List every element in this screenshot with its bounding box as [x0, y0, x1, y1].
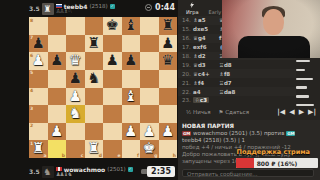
square-b3[interactable] [48, 105, 67, 123]
move-number: 17. [182, 44, 193, 50]
square-c7[interactable] [66, 35, 85, 53]
piece-black-pawn[interactable]: ♟ [48, 52, 67, 70]
square-a1[interactable]: 1a♜ [29, 140, 48, 158]
piece-white-bishop[interactable]: ♝ [122, 88, 141, 106]
square-e4[interactable] [103, 88, 122, 106]
square-a7[interactable]: 7♟ [29, 35, 48, 53]
square-g5[interactable] [140, 70, 159, 88]
piece-black-pawn[interactable]: ♟ [122, 52, 141, 70]
piece-black-pawn[interactable]: ♟ [103, 52, 122, 70]
square-g3[interactable] [140, 105, 159, 123]
square-c3[interactable]: ♞ [66, 105, 85, 123]
square-b4[interactable] [48, 88, 67, 106]
donation-label: Поддержка стрима [236, 148, 310, 156]
time-bar [296, 60, 310, 62]
square-c6[interactable]: ♛ [66, 52, 85, 70]
piece-white-pawn[interactable]: ♟ [140, 123, 159, 141]
piece-black-pawn[interactable]: ♟ [66, 70, 85, 88]
chat-match-line: GM wowachmoo (2501) (3.5) против GM teeb… [182, 130, 316, 144]
square-e2[interactable] [103, 123, 122, 141]
piece-black-bishop[interactable]: ♝ [122, 17, 141, 35]
black-move[interactable]: ♖da8 [219, 89, 245, 95]
rank-label: 1 [30, 141, 33, 146]
square-g7[interactable] [140, 35, 159, 53]
rank-label: 8 [30, 18, 33, 23]
square-h2[interactable]: ♟ [159, 123, 178, 141]
white-move[interactable]: ♗a5 [193, 17, 219, 23]
time-bar [296, 95, 309, 97]
move-number: 21. [182, 80, 193, 86]
square-g6[interactable] [140, 52, 159, 70]
square-f5[interactable] [122, 70, 141, 88]
square-d6[interactable] [85, 52, 104, 70]
white-move[interactable]: ♘c3 [193, 97, 209, 103]
nav-first-button[interactable]: |◀ [277, 108, 285, 116]
top-player-clock: 0:44 [145, 3, 175, 12]
bottom-player-avatar[interactable]: ♞ [42, 166, 54, 178]
title-badge: GM [286, 131, 295, 136]
square-e3[interactable] [103, 105, 122, 123]
square-h1[interactable]: h [159, 140, 178, 158]
webcam-vignette [222, 0, 320, 58]
bottom-player-clock: 2:35 [147, 166, 175, 177]
square-h7[interactable]: ♟ [159, 35, 178, 53]
square-b5[interactable] [48, 70, 67, 88]
square-f8[interactable]: ♝ [122, 17, 141, 35]
rank-label: 4 [30, 88, 33, 93]
lightning-icon [189, 2, 195, 8]
square-d2[interactable] [85, 123, 104, 141]
square-a8[interactable]: 8 [29, 17, 48, 35]
title-badge: GM [182, 131, 191, 136]
square-c4[interactable]: ♟ [66, 88, 85, 106]
resign-button[interactable]: ⚑ Сдаться [219, 109, 249, 115]
square-g2[interactable]: ♟ [140, 123, 159, 141]
move-number: 20. [182, 71, 193, 77]
nav-forward-button[interactable]: ▶ [299, 108, 304, 116]
piece-white-pawn[interactable]: ♟ [122, 123, 141, 141]
move-number: 15. [182, 26, 193, 32]
rank-label: 5 [30, 70, 33, 75]
piece-black-rook[interactable]: ♜ [85, 35, 104, 53]
match-line-text2: teebb4 (2518) (3.5) | 1 [182, 137, 245, 143]
square-f2[interactable]: ♟ [122, 123, 141, 141]
draw-button[interactable]: ½ Ничья [186, 109, 211, 115]
move-row: 20.♕c4+♗f8 [178, 69, 296, 78]
square-b1[interactable]: b [48, 140, 67, 158]
square-e8[interactable]: ♚ [103, 17, 122, 35]
tab-game[interactable]: Игра [186, 2, 199, 16]
white-move[interactable]: exf6 [193, 44, 219, 50]
square-d8[interactable] [85, 17, 104, 35]
file-label: g [154, 153, 157, 158]
top-captured-pieces: ♙♙♗♘ [56, 9, 72, 14]
file-label: h [173, 153, 176, 158]
chess-board[interactable]: 8♚♝♜7♟♜♟6♟♟♛♟♟♛5♟♞4♟♝3♞2♟♟♟♟1a♜bcd♜efg♚h [29, 17, 177, 158]
rank-label: 6 [30, 53, 33, 58]
square-a3[interactable]: 3 [29, 105, 48, 123]
file-label: a [43, 153, 46, 158]
top-match-score: 3.5 [29, 5, 40, 12]
white-move[interactable]: a4 [193, 89, 219, 95]
chat-new-game-header: НОВАЯ ПАРТИЯ [182, 123, 316, 130]
square-d5[interactable]: ♞ [85, 70, 104, 88]
square-c5[interactable]: ♟ [66, 70, 85, 88]
app-window: 3.5 ♜ teebb4 (2518) ✓ ♙♙♗♘ 0:44 8♚♝♜7♟♜♟… [0, 0, 320, 180]
piece-black-rook[interactable]: ♜ [159, 17, 178, 35]
square-f4[interactable]: ♝ [122, 88, 141, 106]
piece-black-king[interactable]: ♚ [103, 17, 122, 35]
square-e1[interactable]: e [103, 140, 122, 158]
piece-black-knight[interactable]: ♞ [85, 70, 104, 88]
square-e5[interactable] [103, 70, 122, 88]
move-number: 16. [182, 35, 193, 41]
move-number: 14. [182, 17, 193, 23]
move-number: 18. [182, 53, 193, 59]
rank-label: 2 [30, 123, 33, 128]
tab-game-label: Игра [186, 9, 199, 15]
piece-white-knight[interactable]: ♞ [66, 105, 85, 123]
square-c2[interactable] [66, 123, 85, 141]
nav-last-button[interactable]: ▶| [308, 108, 316, 116]
square-a6[interactable]: 6♟ [29, 52, 48, 70]
square-d3[interactable] [85, 105, 104, 123]
square-h8[interactable]: ♜ [159, 17, 178, 35]
square-d1[interactable]: d♜ [85, 140, 104, 158]
piece-white-queen[interactable]: ♛ [66, 52, 85, 70]
time-bar [296, 86, 307, 88]
square-f3[interactable] [122, 105, 141, 123]
chat-message-input[interactable]: Отправить сообщение... [182, 169, 314, 177]
match-line-text: wowachmoo (2501) (3.5) против [193, 130, 284, 136]
file-label: b [62, 153, 65, 158]
move-row: 19.♕d3♖d8 [178, 60, 296, 69]
white-move[interactable]: ♗f4 [193, 80, 219, 86]
game-controls: ½ Ничья ⚑ Сдаться |◀ ◀ ▶ ▶| [178, 106, 320, 118]
move-number: 19. [182, 62, 193, 68]
bottom-match-score: 3.5 [29, 168, 40, 175]
square-h5[interactable] [159, 70, 178, 88]
move-time-bars [296, 60, 316, 106]
white-move[interactable]: ♗d2 [193, 53, 219, 59]
piece-black-queen[interactable]: ♛ [159, 52, 178, 70]
piece-white-pawn[interactable]: ♟ [159, 123, 178, 141]
square-g4[interactable] [140, 88, 159, 106]
square-h3[interactable] [159, 105, 178, 123]
move-row: 22.a4♖da8 [178, 87, 296, 96]
donation-progress-bar: 800 ₽ (16%) [236, 158, 318, 168]
time-bar [296, 78, 313, 80]
square-a5[interactable]: 5 [29, 70, 48, 88]
top-player-avatar[interactable]: ♜ [42, 3, 54, 15]
bottom-clock-time: 2:35 [151, 167, 171, 176]
square-e7[interactable] [103, 35, 122, 53]
square-a2[interactable]: 2 [29, 123, 48, 141]
avatar-piece-icon: ♜ [44, 4, 52, 14]
square-d4[interactable] [85, 88, 104, 106]
white-move[interactable]: ♕c4+ [193, 71, 219, 77]
square-d7[interactable]: ♜ [85, 35, 104, 53]
piece-black-pawn[interactable]: ♟ [159, 35, 178, 53]
square-h4[interactable] [159, 88, 178, 106]
donation-progress-text: 800 ₽ (16%) [236, 160, 318, 167]
white-move[interactable]: dxe5 [193, 26, 219, 32]
piece-white-pawn[interactable]: ♟ [48, 123, 67, 141]
nav-back-button[interactable]: ◀ [289, 108, 294, 116]
file-label: f [137, 153, 139, 158]
give-time-icon[interactable] [145, 4, 152, 11]
streamer-webcam [222, 0, 320, 58]
square-b8[interactable] [48, 17, 67, 35]
piece-white-pawn[interactable]: ♟ [66, 88, 85, 106]
black-move[interactable]: ♖d7 [219, 80, 245, 86]
move-number: 23. [182, 97, 193, 103]
square-e6[interactable]: ♟ [103, 52, 122, 70]
bottom-captured-pieces: ♟♟♝♞ [56, 172, 72, 177]
top-clock-time: 0:44 [155, 3, 175, 12]
square-f1[interactable]: f [122, 140, 141, 158]
black-move[interactable]: ♗f8 [219, 71, 245, 77]
file-label: c [81, 153, 84, 158]
square-c8[interactable] [66, 17, 85, 35]
square-c1[interactable]: c [66, 140, 85, 158]
white-move[interactable]: ♕g4 [193, 35, 219, 41]
avatar-piece-icon: ♞ [44, 167, 52, 177]
move-row: 21.♗f4♖d7 [178, 78, 296, 87]
move-number: 22. [182, 89, 193, 95]
square-f6[interactable]: ♟ [122, 52, 141, 70]
square-b2[interactable]: ♟ [48, 123, 67, 141]
square-g1[interactable]: g♚ [140, 140, 159, 158]
black-move[interactable]: ♖d8 [219, 62, 245, 68]
square-g8[interactable] [140, 17, 159, 35]
time-bar [296, 69, 305, 71]
rank-label: 7 [30, 35, 33, 40]
white-move[interactable]: ♕d3 [193, 62, 219, 68]
square-b7[interactable] [48, 35, 67, 53]
file-label: e [117, 153, 120, 158]
move-row: 23.♘c3 [178, 96, 296, 105]
square-h6[interactable]: ♛ [159, 52, 178, 70]
square-a4[interactable]: 4 [29, 88, 48, 106]
rank-label: 3 [30, 106, 33, 111]
square-f7[interactable] [122, 35, 141, 53]
move-nav-buttons: |◀ ◀ ▶ ▶| [277, 108, 316, 116]
square-b6[interactable]: ♟ [48, 52, 67, 70]
file-label: d [99, 153, 102, 158]
